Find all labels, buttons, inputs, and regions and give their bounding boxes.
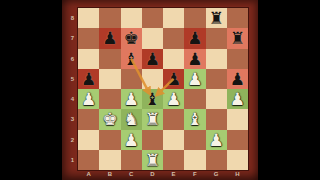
square-b6[interactable] <box>99 49 120 69</box>
piece-white-pawn-f5[interactable]: ♟ <box>187 69 202 89</box>
square-a7[interactable] <box>78 28 99 48</box>
square-b5[interactable] <box>99 69 120 89</box>
square-f6[interactable]: ♟ <box>184 49 205 69</box>
square-f5[interactable]: ♟ <box>184 69 205 89</box>
file-label-f: F <box>184 170 205 180</box>
square-f4[interactable] <box>184 89 205 109</box>
piece-white-pawn-c4[interactable]: ♟ <box>124 89 139 109</box>
square-d1[interactable]: ♜ <box>142 150 163 170</box>
square-h1[interactable] <box>227 150 248 170</box>
square-e2[interactable] <box>163 130 184 150</box>
piece-black-pawn-d6[interactable]: ♟ <box>145 49 160 69</box>
square-h8[interactable] <box>227 8 248 28</box>
square-a5[interactable]: ♟ <box>78 69 99 89</box>
square-f1[interactable] <box>184 150 205 170</box>
square-f2[interactable] <box>184 130 205 150</box>
file-label-e: E <box>163 170 184 180</box>
rank-label-2: 2 <box>62 130 77 150</box>
piece-black-pawn-a5[interactable]: ♟ <box>81 69 96 89</box>
piece-white-knight-c3[interactable]: ♞ <box>124 109 139 129</box>
piece-black-bishop-d4[interactable]: ♝ <box>145 89 160 109</box>
square-b3[interactable]: ♚ <box>99 109 120 129</box>
piece-white-pawn-c2[interactable]: ♟ <box>124 130 139 150</box>
square-d6[interactable]: ♟ <box>142 49 163 69</box>
file-label-g: G <box>206 170 227 180</box>
piece-white-king-b3[interactable]: ♚ <box>102 109 117 129</box>
square-a2[interactable] <box>78 130 99 150</box>
square-g6[interactable] <box>206 49 227 69</box>
rank-labels: 87654321 <box>62 8 77 170</box>
square-a3[interactable] <box>78 109 99 129</box>
square-b7[interactable]: ♟ <box>99 28 120 48</box>
square-a8[interactable] <box>78 8 99 28</box>
square-b2[interactable] <box>99 130 120 150</box>
square-h5[interactable]: ♟ <box>227 69 248 89</box>
rank-label-5: 5 <box>62 69 77 89</box>
piece-black-rook-h7[interactable]: ♜ <box>230 28 245 48</box>
piece-white-rook-d1[interactable]: ♜ <box>145 150 160 170</box>
piece-black-pawn-b7[interactable]: ♟ <box>102 28 117 48</box>
square-e6[interactable] <box>163 49 184 69</box>
square-d2[interactable] <box>142 130 163 150</box>
square-f3[interactable]: ♝ <box>184 109 205 129</box>
square-e4[interactable]: ♟ <box>163 89 184 109</box>
piece-white-pawn-g2[interactable]: ♟ <box>209 130 224 150</box>
piece-black-pawn-e5[interactable]: ♟ <box>166 69 181 89</box>
piece-white-pawn-e4[interactable]: ♟ <box>166 89 181 109</box>
square-a6[interactable] <box>78 49 99 69</box>
piece-black-king-c7[interactable]: ♚ <box>124 28 139 48</box>
square-h6[interactable] <box>227 49 248 69</box>
square-d5[interactable] <box>142 69 163 89</box>
piece-black-pawn-h5[interactable]: ♟ <box>230 69 245 89</box>
square-c5[interactable] <box>121 69 142 89</box>
square-a1[interactable] <box>78 150 99 170</box>
square-g4[interactable] <box>206 89 227 109</box>
square-g7[interactable] <box>206 28 227 48</box>
square-e1[interactable] <box>163 150 184 170</box>
square-g5[interactable] <box>206 69 227 89</box>
file-label-a: A <box>78 170 99 180</box>
rank-label-7: 7 <box>62 28 77 48</box>
square-d3[interactable]: ♜ <box>142 109 163 129</box>
square-d7[interactable] <box>142 28 163 48</box>
square-g3[interactable] <box>206 109 227 129</box>
square-e5[interactable]: ♟ <box>163 69 184 89</box>
square-e8[interactable] <box>163 8 184 28</box>
square-g2[interactable]: ♟ <box>206 130 227 150</box>
square-h7[interactable]: ♜ <box>227 28 248 48</box>
square-a4[interactable]: ♟ <box>78 89 99 109</box>
chess-analysis-screenshot: 87654321 ABCDEFGH ♜♟♚♟♜♝♟♟♟♟♟♟♟♟♝♟♟♚♞♜♝♟… <box>0 0 320 180</box>
file-label-c: C <box>121 170 142 180</box>
square-d4[interactable]: ♝ <box>142 89 163 109</box>
piece-white-pawn-a4[interactable]: ♟ <box>81 89 96 109</box>
square-c8[interactable] <box>121 8 142 28</box>
square-h4[interactable]: ♟ <box>227 89 248 109</box>
square-b1[interactable] <box>99 150 120 170</box>
square-c7[interactable]: ♚ <box>121 28 142 48</box>
square-d8[interactable] <box>142 8 163 28</box>
piece-white-pawn-h4[interactable]: ♟ <box>230 89 245 109</box>
square-c6[interactable]: ♝ <box>121 49 142 69</box>
file-labels: ABCDEFGH <box>78 170 248 180</box>
square-c1[interactable] <box>121 150 142 170</box>
piece-white-rook-d3[interactable]: ♜ <box>145 109 160 129</box>
square-g1[interactable] <box>206 150 227 170</box>
file-label-d: D <box>142 170 163 180</box>
rank-label-4: 4 <box>62 89 77 109</box>
square-e3[interactable] <box>163 109 184 129</box>
square-c4[interactable]: ♟ <box>121 89 142 109</box>
piece-black-pawn-f6[interactable]: ♟ <box>187 49 202 69</box>
square-f8[interactable] <box>184 8 205 28</box>
rank-label-6: 6 <box>62 49 77 69</box>
file-label-b: B <box>99 170 120 180</box>
square-h3[interactable] <box>227 109 248 129</box>
piece-black-pawn-f7[interactable]: ♟ <box>187 28 202 48</box>
square-c3[interactable]: ♞ <box>121 109 142 129</box>
square-f7[interactable]: ♟ <box>184 28 205 48</box>
piece-black-rook-g8[interactable]: ♜ <box>209 8 224 28</box>
square-h2[interactable] <box>227 130 248 150</box>
rank-label-1: 1 <box>62 150 77 170</box>
square-e7[interactable] <box>163 28 184 48</box>
piece-white-bishop-f3[interactable]: ♝ <box>187 109 202 129</box>
square-g8[interactable]: ♜ <box>206 8 227 28</box>
rank-label-3: 3 <box>62 109 77 129</box>
file-label-h: H <box>227 170 248 180</box>
square-c2[interactable]: ♟ <box>121 130 142 150</box>
chess-board: ♜♟♚♟♜♝♟♟♟♟♟♟♟♟♝♟♟♚♞♜♝♟♟♜ <box>78 8 248 170</box>
rank-label-8: 8 <box>62 8 77 28</box>
square-b8[interactable] <box>99 8 120 28</box>
square-b4[interactable] <box>99 89 120 109</box>
piece-black-bishop-c6[interactable]: ♝ <box>124 49 139 69</box>
